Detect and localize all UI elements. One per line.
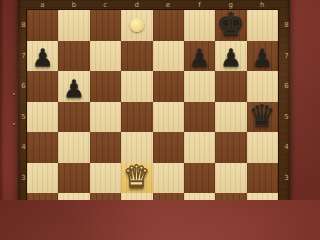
square-e5[interactable] [153,102,184,133]
square-e7[interactable] [153,41,184,72]
square-g8[interactable]: ♚ [215,10,246,41]
square-h5[interactable]: ♛ [247,102,278,133]
square-b5[interactable] [58,102,89,133]
square-b7[interactable] [58,41,89,72]
square-f2[interactable] [184,193,215,200]
app-background: { "game": "chess", "app_title": "wooden … [0,0,300,200]
square-e2[interactable] [153,193,184,200]
black-pawn[interactable]: ♟ [189,46,211,70]
square-a8[interactable] [27,10,58,41]
square-d5[interactable] [121,102,152,133]
black-queen[interactable]: ♛ [249,101,276,131]
square-d2[interactable] [121,193,152,200]
square-h4[interactable] [247,132,278,163]
square-a4[interactable] [27,132,58,163]
square-d8[interactable] [121,10,152,41]
square-g6[interactable] [215,71,246,102]
square-h3[interactable] [247,163,278,194]
square-b4[interactable] [58,132,89,163]
square-c5[interactable] [90,102,121,133]
black-king[interactable]: ♚ [217,8,246,40]
square-f6[interactable] [184,71,215,102]
square-e6[interactable] [153,71,184,102]
square-h7[interactable]: ♟ [247,41,278,72]
square-f7[interactable]: ♟ [184,41,215,72]
square-a3[interactable] [27,163,58,194]
square-g4[interactable] [215,132,246,163]
chess-board: ♚♟♟♟♟♟♛♛ [27,10,278,200]
leather-edge-shadow [0,0,4,200]
square-h2[interactable] [247,193,278,200]
square-e8[interactable] [153,10,184,41]
square-e4[interactable] [153,132,184,163]
frame-nail-icon [13,93,15,95]
square-g2[interactable] [215,193,246,200]
square-f5[interactable] [184,102,215,133]
black-pawn[interactable]: ♟ [63,77,85,101]
square-h6[interactable] [247,71,278,102]
square-c2[interactable] [90,193,121,200]
square-c8[interactable] [90,10,121,41]
square-b8[interactable] [58,10,89,41]
square-a2[interactable] [27,193,58,200]
square-b6[interactable]: ♟ [58,71,89,102]
black-pawn[interactable]: ♟ [220,46,242,70]
square-d3[interactable]: ♛ [121,163,152,194]
square-f8[interactable] [184,10,215,41]
square-e3[interactable] [153,163,184,194]
square-f3[interactable] [184,163,215,194]
black-pawn[interactable]: ♟ [32,46,54,70]
square-c4[interactable] [90,132,121,163]
square-a7[interactable]: ♟ [27,41,58,72]
square-g7[interactable]: ♟ [215,41,246,72]
white-queen[interactable]: ♛ [123,162,150,192]
square-g3[interactable] [215,163,246,194]
square-h8[interactable] [247,10,278,41]
frame-nail-icon [13,123,15,125]
square-c7[interactable] [90,41,121,72]
square-c6[interactable] [90,71,121,102]
square-d7[interactable] [121,41,152,72]
square-f4[interactable] [184,132,215,163]
square-b2[interactable] [58,193,89,200]
square-d4[interactable] [121,132,152,163]
square-b3[interactable] [58,163,89,194]
move-origin-dot-icon [130,18,144,32]
black-pawn[interactable]: ♟ [252,46,274,70]
square-c3[interactable] [90,163,121,194]
square-d6[interactable] [121,71,152,102]
square-a5[interactable] [27,102,58,133]
square-a6[interactable] [27,71,58,102]
square-g5[interactable] [215,102,246,133]
